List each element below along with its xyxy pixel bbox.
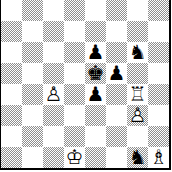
square-f6[interactable] xyxy=(106,42,127,63)
square-f7[interactable] xyxy=(106,21,127,42)
square-c3[interactable] xyxy=(43,105,64,126)
square-b4[interactable] xyxy=(22,84,43,105)
square-g5[interactable] xyxy=(127,63,148,84)
square-a8[interactable] xyxy=(1,0,22,21)
piece-white-bishop[interactable]: ♝♗ xyxy=(148,147,169,168)
square-d1[interactable]: ♚♔ xyxy=(64,147,85,168)
square-e4[interactable]: ♟ xyxy=(85,84,106,105)
square-e8[interactable] xyxy=(85,0,106,21)
square-a3[interactable] xyxy=(1,105,22,126)
piece-white-king[interactable]: ♚♔ xyxy=(64,147,85,168)
square-b2[interactable] xyxy=(22,126,43,147)
white-pawn-glyph: ♙ xyxy=(43,84,64,105)
square-e3[interactable] xyxy=(85,105,106,126)
square-f8[interactable] xyxy=(106,0,127,21)
square-f3[interactable] xyxy=(106,105,127,126)
square-e5[interactable]: ♚ xyxy=(85,63,106,84)
square-c7[interactable] xyxy=(43,21,64,42)
square-b8[interactable] xyxy=(22,0,43,21)
square-f1[interactable] xyxy=(106,147,127,168)
square-e2[interactable] xyxy=(85,126,106,147)
piece-white-rook[interactable]: ♜♖ xyxy=(127,84,148,105)
piece-black-pawn[interactable]: ♟ xyxy=(106,63,127,84)
piece-black-pawn[interactable]: ♟ xyxy=(85,42,106,63)
square-b6[interactable] xyxy=(22,42,43,63)
white-king-glyph: ♔ xyxy=(64,147,85,168)
square-c1[interactable] xyxy=(43,147,64,168)
square-e7[interactable] xyxy=(85,21,106,42)
square-h7[interactable] xyxy=(148,21,169,42)
square-a6[interactable] xyxy=(1,42,22,63)
square-d4[interactable] xyxy=(64,84,85,105)
square-c2[interactable] xyxy=(43,126,64,147)
square-h8[interactable] xyxy=(148,0,169,21)
white-rook-glyph: ♖ xyxy=(127,84,148,105)
square-a7[interactable] xyxy=(1,21,22,42)
piece-black-king[interactable]: ♚ xyxy=(85,63,106,84)
square-a1[interactable] xyxy=(1,147,22,168)
square-f4[interactable] xyxy=(106,84,127,105)
square-d3[interactable] xyxy=(64,105,85,126)
piece-black-knight[interactable]: ♞ xyxy=(127,147,148,168)
square-g6[interactable]: ♞ xyxy=(127,42,148,63)
black-pawn-glyph: ♟ xyxy=(85,42,106,63)
square-h5[interactable] xyxy=(148,63,169,84)
square-b5[interactable] xyxy=(22,63,43,84)
square-e1[interactable] xyxy=(85,147,106,168)
square-b3[interactable] xyxy=(22,105,43,126)
square-g1[interactable]: ♞ xyxy=(127,147,148,168)
square-c4[interactable]: ♟♙ xyxy=(43,84,64,105)
black-pawn-glyph: ♟ xyxy=(85,84,106,105)
white-pawn-glyph: ♙ xyxy=(127,105,148,126)
square-g8[interactable] xyxy=(127,0,148,21)
square-h2[interactable] xyxy=(148,126,169,147)
square-h1[interactable]: ♝♗ xyxy=(148,147,169,168)
square-h6[interactable] xyxy=(148,42,169,63)
square-f5[interactable]: ♟ xyxy=(106,63,127,84)
piece-white-pawn[interactable]: ♟♙ xyxy=(127,105,148,126)
white-bishop-glyph: ♗ xyxy=(148,147,169,168)
square-g2[interactable] xyxy=(127,126,148,147)
black-pawn-glyph: ♟ xyxy=(106,63,127,84)
chess-board: ♟♞♚♟♟♙♟♜♖♟♙♚♔♞♝♗ xyxy=(0,0,171,170)
black-king-glyph: ♚ xyxy=(85,63,106,84)
square-b1[interactable] xyxy=(22,147,43,168)
square-f2[interactable] xyxy=(106,126,127,147)
black-knight-glyph: ♞ xyxy=(127,42,148,63)
square-a4[interactable] xyxy=(1,84,22,105)
square-d6[interactable] xyxy=(64,42,85,63)
square-c6[interactable] xyxy=(43,42,64,63)
square-d2[interactable] xyxy=(64,126,85,147)
square-d8[interactable] xyxy=(64,0,85,21)
square-c8[interactable] xyxy=(43,0,64,21)
black-knight-glyph: ♞ xyxy=(127,147,148,168)
square-h3[interactable] xyxy=(148,105,169,126)
square-c5[interactable] xyxy=(43,63,64,84)
square-a2[interactable] xyxy=(1,126,22,147)
piece-white-pawn[interactable]: ♟♙ xyxy=(43,84,64,105)
square-b7[interactable] xyxy=(22,21,43,42)
square-g4[interactable]: ♜♖ xyxy=(127,84,148,105)
square-d7[interactable] xyxy=(64,21,85,42)
piece-black-pawn[interactable]: ♟ xyxy=(85,84,106,105)
chess-diagram: ♟♞♚♟♟♙♟♜♖♟♙♚♔♞♝♗ xyxy=(0,0,172,172)
piece-black-knight[interactable]: ♞ xyxy=(127,42,148,63)
square-e6[interactable]: ♟ xyxy=(85,42,106,63)
square-g7[interactable] xyxy=(127,21,148,42)
square-h4[interactable] xyxy=(148,84,169,105)
square-d5[interactable] xyxy=(64,63,85,84)
square-g3[interactable]: ♟♙ xyxy=(127,105,148,126)
square-a5[interactable] xyxy=(1,63,22,84)
